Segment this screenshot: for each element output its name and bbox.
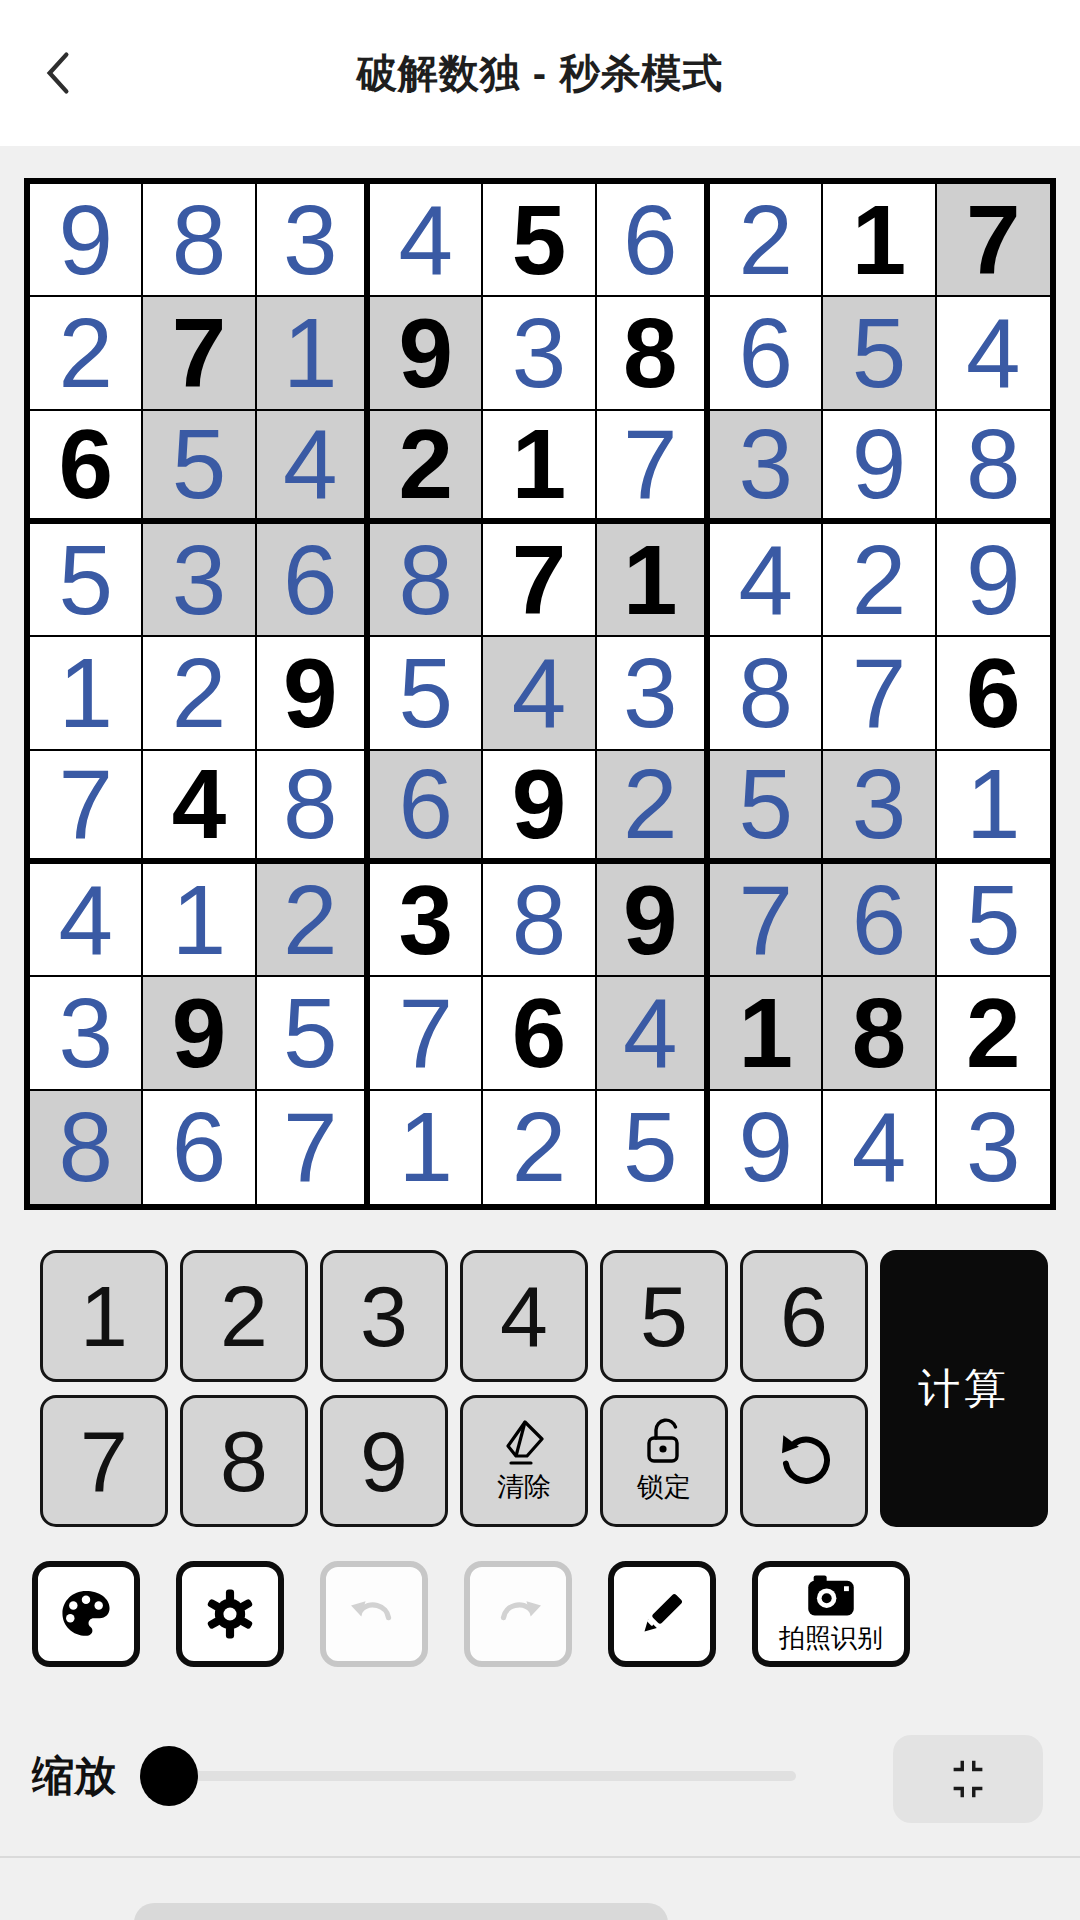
slider-thumb[interactable]: [140, 1746, 198, 1806]
keypad-digit-6[interactable]: 6: [740, 1250, 868, 1382]
sudoku-cell-r1c8[interactable]: 1: [823, 184, 936, 297]
sudoku-cell-r4c6[interactable]: 1: [597, 524, 710, 637]
sudoku-cell-r4c8[interactable]: 2: [823, 524, 936, 637]
sudoku-cell-r2c8[interactable]: 5: [823, 297, 936, 410]
page-title: 破解数独 - 秒杀模式: [0, 0, 1080, 146]
sudoku-cell-r9c6[interactable]: 5: [597, 1091, 710, 1204]
sudoku-cell-r8c6[interactable]: 4: [597, 977, 710, 1090]
sudoku-cell-r9c9[interactable]: 3: [937, 1091, 1050, 1204]
sudoku-cell-r3c3[interactable]: 4: [257, 411, 370, 524]
rotate-ccw-icon: [773, 1430, 835, 1492]
redo-button[interactable]: [464, 1561, 572, 1667]
sudoku-cell-r1c7[interactable]: 2: [710, 184, 823, 297]
keypad-digit-2[interactable]: 2: [180, 1250, 308, 1382]
sudoku-cell-r5c1[interactable]: 1: [30, 637, 143, 750]
sudoku-cell-r1c1[interactable]: 9: [30, 184, 143, 297]
clear-button[interactable]: 清除: [460, 1395, 588, 1527]
sudoku-cell-r5c6[interactable]: 3: [597, 637, 710, 750]
sudoku-cell-r4c9[interactable]: 9: [937, 524, 1050, 637]
sudoku-cell-r8c9[interactable]: 2: [937, 977, 1050, 1090]
undo-button[interactable]: [320, 1561, 428, 1667]
sudoku-cell-r5c2[interactable]: 2: [143, 637, 256, 750]
sudoku-cell-r2c3[interactable]: 1: [257, 297, 370, 410]
sudoku-cell-r9c5[interactable]: 2: [483, 1091, 596, 1204]
sudoku-cell-r5c8[interactable]: 7: [823, 637, 936, 750]
sudoku-cell-r5c5[interactable]: 4: [483, 637, 596, 750]
sudoku-cell-r2c7[interactable]: 6: [710, 297, 823, 410]
compress-icon: [945, 1756, 991, 1802]
sudoku-cell-r7c5[interactable]: 8: [483, 864, 596, 977]
palette-button[interactable]: [32, 1561, 140, 1667]
sudoku-cell-r1c5[interactable]: 5: [483, 184, 596, 297]
palette-icon: [57, 1585, 115, 1643]
sudoku-cell-r2c6[interactable]: 8: [597, 297, 710, 410]
sudoku-cell-r8c5[interactable]: 6: [483, 977, 596, 1090]
header: 破解数独 - 秒杀模式: [0, 0, 1080, 146]
camera-label: 拍照识别: [779, 1621, 883, 1656]
sudoku-cell-r5c7[interactable]: 8: [710, 637, 823, 750]
sudoku-app-screen: 破解数独 - 秒杀模式 9834562172719386546542173985…: [0, 0, 1080, 1920]
sudoku-cell-r1c9[interactable]: 7: [937, 184, 1050, 297]
sudoku-cell-r1c6[interactable]: 6: [597, 184, 710, 297]
bottom-sheet-handle[interactable]: [134, 1903, 668, 1920]
keypad-digit-9[interactable]: 9: [320, 1395, 448, 1527]
sudoku-cell-r6c9[interactable]: 1: [937, 751, 1050, 864]
sudoku-cell-r7c8[interactable]: 6: [823, 864, 936, 977]
sudoku-cell-r8c2[interactable]: 9: [143, 977, 256, 1090]
zoom-label: 缩放: [32, 1748, 116, 1804]
sudoku-cell-r5c9[interactable]: 6: [937, 637, 1050, 750]
clear-label: 清除: [497, 1469, 551, 1505]
sudoku-board: 9834562172719386546542173985368714291295…: [24, 178, 1056, 1210]
sudoku-cell-r9c4[interactable]: 1: [370, 1091, 483, 1204]
sudoku-cell-r2c4[interactable]: 9: [370, 297, 483, 410]
keypad-digit-3[interactable]: 3: [320, 1250, 448, 1382]
sudoku-cell-r5c4[interactable]: 5: [370, 637, 483, 750]
section-divider: [0, 1856, 1080, 1858]
sudoku-cell-r3c7[interactable]: 3: [710, 411, 823, 524]
pencil-icon: [635, 1587, 689, 1641]
sudoku-cell-r4c5[interactable]: 7: [483, 524, 596, 637]
slider-track[interactable]: [164, 1771, 796, 1781]
sudoku-cell-r8c3[interactable]: 5: [257, 977, 370, 1090]
sudoku-cell-r7c1[interactable]: 4: [30, 864, 143, 977]
camera-icon: [805, 1573, 857, 1619]
sudoku-cell-r8c4[interactable]: 7: [370, 977, 483, 1090]
sudoku-cell-r3c5[interactable]: 1: [483, 411, 596, 524]
sudoku-cell-r8c8[interactable]: 8: [823, 977, 936, 1090]
gear-icon: [202, 1586, 258, 1642]
lock-open-icon: [640, 1418, 688, 1466]
undo-arrow-icon: [345, 1585, 403, 1643]
sudoku-cell-r7c2[interactable]: 1: [143, 864, 256, 977]
toolbar: 拍照识别: [32, 1561, 910, 1667]
keypad-digit-8[interactable]: 8: [180, 1395, 308, 1527]
keypad-digit-4[interactable]: 4: [460, 1250, 588, 1382]
keypad-digit-7[interactable]: 7: [40, 1395, 168, 1527]
sudoku-cell-r9c7[interactable]: 9: [710, 1091, 823, 1204]
sudoku-cell-r4c4[interactable]: 8: [370, 524, 483, 637]
sudoku-cell-r2c9[interactable]: 4: [937, 297, 1050, 410]
undo-move-button[interactable]: [740, 1395, 868, 1527]
camera-recognize-button[interactable]: 拍照识别: [752, 1561, 910, 1667]
sudoku-cell-r3c4[interactable]: 2: [370, 411, 483, 524]
eraser-icon: [500, 1418, 548, 1466]
redo-arrow-icon: [489, 1585, 547, 1643]
keypad-digit-5[interactable]: 5: [600, 1250, 728, 1382]
sudoku-cell-r2c5[interactable]: 3: [483, 297, 596, 410]
sudoku-cell-r7c4[interactable]: 3: [370, 864, 483, 977]
keypad-digit-1[interactable]: 1: [40, 1250, 168, 1382]
sudoku-cell-r6c7[interactable]: 5: [710, 751, 823, 864]
settings-button[interactable]: [176, 1561, 284, 1667]
pencil-button[interactable]: [608, 1561, 716, 1667]
sudoku-cell-r9c3[interactable]: 7: [257, 1091, 370, 1204]
sudoku-cell-r9c1[interactable]: 8: [30, 1091, 143, 1204]
sudoku-cell-r6c1[interactable]: 7: [30, 751, 143, 864]
sudoku-cell-r3c9[interactable]: 8: [937, 411, 1050, 524]
sudoku-cell-r4c2[interactable]: 3: [143, 524, 256, 637]
fit-screen-button[interactable]: [893, 1735, 1043, 1823]
sudoku-cell-r6c4[interactable]: 6: [370, 751, 483, 864]
sudoku-cell-r4c1[interactable]: 5: [30, 524, 143, 637]
sudoku-cell-r9c2[interactable]: 6: [143, 1091, 256, 1204]
keypad: 清除 锁定 计算 123456789: [40, 1250, 1048, 1527]
sudoku-cell-r5c3[interactable]: 9: [257, 637, 370, 750]
sudoku-cell-r1c3[interactable]: 3: [257, 184, 370, 297]
sudoku-cell-r1c2[interactable]: 8: [143, 184, 256, 297]
sudoku-cell-r6c6[interactable]: 2: [597, 751, 710, 864]
sudoku-cell-r3c2[interactable]: 5: [143, 411, 256, 524]
sudoku-cell-r4c7[interactable]: 4: [710, 524, 823, 637]
sudoku-cell-r3c6[interactable]: 7: [597, 411, 710, 524]
sudoku-cell-r2c1[interactable]: 2: [30, 297, 143, 410]
zoom-slider[interactable]: [140, 1736, 820, 1816]
sudoku-cell-r1c4[interactable]: 4: [370, 184, 483, 297]
sudoku-cell-r7c7[interactable]: 7: [710, 864, 823, 977]
sudoku-cell-r4c3[interactable]: 6: [257, 524, 370, 637]
sudoku-cell-r6c5[interactable]: 9: [483, 751, 596, 864]
sudoku-cell-r7c6[interactable]: 9: [597, 864, 710, 977]
sudoku-cell-r8c7[interactable]: 1: [710, 977, 823, 1090]
lock-button[interactable]: 锁定: [600, 1395, 728, 1527]
sudoku-cell-r2c2[interactable]: 7: [143, 297, 256, 410]
sudoku-cell-r6c2[interactable]: 4: [143, 751, 256, 864]
lock-label: 锁定: [637, 1469, 691, 1505]
sudoku-cell-r3c1[interactable]: 6: [30, 411, 143, 524]
sudoku-cell-r6c3[interactable]: 8: [257, 751, 370, 864]
sudoku-cell-r7c3[interactable]: 2: [257, 864, 370, 977]
sudoku-cell-r9c8[interactable]: 4: [823, 1091, 936, 1204]
sudoku-cell-r6c8[interactable]: 3: [823, 751, 936, 864]
sudoku-cell-r8c1[interactable]: 3: [30, 977, 143, 1090]
calculate-button[interactable]: 计算: [880, 1250, 1048, 1527]
sudoku-cell-r3c8[interactable]: 9: [823, 411, 936, 524]
sudoku-cell-r7c9[interactable]: 5: [937, 864, 1050, 977]
